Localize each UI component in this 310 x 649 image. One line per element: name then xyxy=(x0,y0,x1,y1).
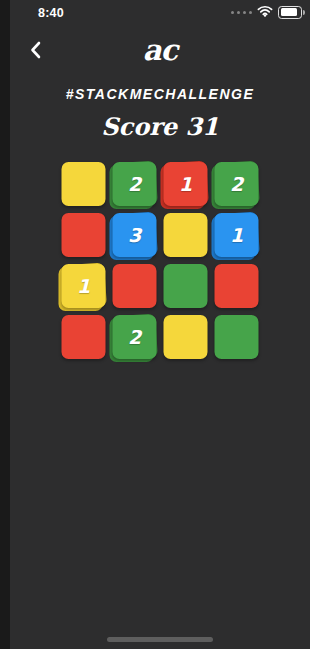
home-indicator[interactable] xyxy=(107,637,213,642)
tile-count: 2 xyxy=(230,173,243,195)
tile-r3c2[interactable] xyxy=(113,264,157,308)
tile-r2c2[interactable]: 3 xyxy=(113,213,157,257)
tile-face xyxy=(113,264,157,308)
tile-face: 1 xyxy=(62,264,106,308)
status-icons xyxy=(231,0,302,24)
tile-count: 1 xyxy=(230,224,243,246)
tile-face xyxy=(62,213,106,257)
tile-face: 2 xyxy=(113,315,157,359)
tile-face: 1 xyxy=(164,162,208,206)
tile-r1c4[interactable]: 2 xyxy=(215,162,259,206)
tile-count: 2 xyxy=(128,326,141,348)
tile-r4c1[interactable] xyxy=(62,315,106,359)
tile-face xyxy=(215,315,259,359)
challenge-hashtag: #STACKMECHALLENGE xyxy=(10,86,310,102)
tile-r2c4[interactable]: 1 xyxy=(215,213,259,257)
tile-r2c1[interactable] xyxy=(62,213,106,257)
battery-icon xyxy=(278,6,302,19)
tile-face: 3 xyxy=(113,213,157,257)
tile-count: 3 xyxy=(128,224,141,246)
tile-face xyxy=(164,213,208,257)
app-screen: 8:40 ac #STACK xyxy=(10,0,310,649)
tile-r1c2[interactable]: 2 xyxy=(113,162,157,206)
tile-face xyxy=(164,315,208,359)
cellular-signal-icon xyxy=(231,11,252,14)
tile-face xyxy=(164,264,208,308)
tile-face: 1 xyxy=(215,213,259,257)
tile-r1c3[interactable]: 1 xyxy=(164,162,208,206)
tile-face xyxy=(215,264,259,308)
tile-face: 2 xyxy=(215,162,259,206)
tile-r4c4[interactable] xyxy=(215,315,259,359)
tile-r3c1[interactable]: 1 xyxy=(62,264,106,308)
score-label: Score 31 xyxy=(10,112,310,141)
tile-r2c3[interactable] xyxy=(164,213,208,257)
tile-face xyxy=(62,162,106,206)
tile-face: 2 xyxy=(113,162,157,206)
tile-r3c3[interactable] xyxy=(164,264,208,308)
wifi-icon xyxy=(257,3,273,21)
app-logo: ac xyxy=(10,32,310,68)
tile-r4c3[interactable] xyxy=(164,315,208,359)
tile-count: 1 xyxy=(179,173,192,195)
tile-count: 1 xyxy=(77,275,90,297)
nav-bar: ac xyxy=(10,32,310,68)
status-time: 8:40 xyxy=(38,6,64,20)
board: 2123112 xyxy=(62,162,259,359)
tile-r1c1[interactable] xyxy=(62,162,106,206)
tile-face xyxy=(62,315,106,359)
tile-r3c4[interactable] xyxy=(215,264,259,308)
tile-r4c2[interactable]: 2 xyxy=(113,315,157,359)
status-bar: 8:40 xyxy=(10,0,310,24)
tile-count: 2 xyxy=(128,173,141,195)
